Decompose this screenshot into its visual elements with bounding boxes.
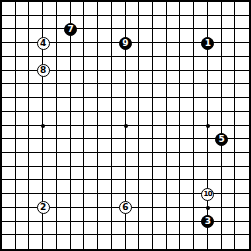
board-cell (84, 57, 98, 71)
board-cell (71, 139, 85, 153)
board-cell (126, 153, 140, 167)
board-cell (112, 235, 126, 249)
board-cell (180, 43, 194, 57)
board-cell (153, 57, 167, 71)
board-cell (139, 167, 153, 181)
board-cell (84, 2, 98, 16)
board-cell (2, 167, 16, 181)
board-cell (222, 153, 236, 167)
board-cell (222, 84, 236, 98)
board-cell (180, 71, 194, 85)
board-cell (16, 71, 30, 85)
board-cell (208, 98, 222, 112)
board-cell (98, 84, 112, 98)
board-cell (222, 180, 236, 194)
board-cell (222, 43, 236, 57)
board-cell (84, 29, 98, 43)
board-cell (112, 98, 126, 112)
board-cell (235, 43, 249, 57)
board-cell (112, 112, 126, 126)
board-cell (29, 2, 43, 16)
board-cell (29, 126, 43, 140)
board-cell (139, 126, 153, 140)
board-cell (153, 126, 167, 140)
move-number: 3 (205, 217, 211, 226)
board-cell (16, 29, 30, 43)
board-cell (167, 222, 181, 236)
board-cell (16, 235, 30, 249)
board-cell (57, 153, 71, 167)
board-cell (43, 16, 57, 30)
board-cell (112, 126, 126, 140)
board-cell (57, 235, 71, 249)
board-cell (235, 2, 249, 16)
board-cell (139, 112, 153, 126)
board-cell (139, 222, 153, 236)
board-cell (98, 194, 112, 208)
board-cell (29, 98, 43, 112)
board-cell (208, 112, 222, 126)
board-cell (208, 167, 222, 181)
board-cell (167, 235, 181, 249)
board-cell (57, 84, 71, 98)
board-cell (98, 16, 112, 30)
board-cell (222, 235, 236, 249)
board-cell (16, 43, 30, 57)
star-point-q10 (206, 124, 210, 128)
board-cell (29, 16, 43, 30)
board-cell (194, 235, 208, 249)
board-cell (112, 222, 126, 236)
board-cell (112, 71, 126, 85)
board-cell (153, 139, 167, 153)
board-cell (16, 84, 30, 98)
stone-black-5-r9[interactable]: 5 (215, 133, 228, 146)
board-cell (194, 71, 208, 85)
board-cell (167, 139, 181, 153)
board-cell (2, 57, 16, 71)
board-cell (126, 98, 140, 112)
board-cell (139, 180, 153, 194)
board-cell (126, 112, 140, 126)
board-cell (57, 126, 71, 140)
board-cell (153, 180, 167, 194)
board-cell (84, 180, 98, 194)
board-cell (235, 84, 249, 98)
board-cell (112, 153, 126, 167)
board-cell (98, 139, 112, 153)
move-number: 2 (40, 203, 46, 212)
board-cell (139, 71, 153, 85)
board-cell (235, 167, 249, 181)
board-cell (29, 180, 43, 194)
board-cell (98, 153, 112, 167)
board-cell (71, 222, 85, 236)
board-cell (153, 222, 167, 236)
board-cell (126, 139, 140, 153)
board-cell (194, 98, 208, 112)
board-cell (139, 57, 153, 71)
board-cell (139, 43, 153, 57)
board-cell (98, 222, 112, 236)
board-cell (98, 43, 112, 57)
board-cell (71, 2, 85, 16)
board-cell (153, 2, 167, 16)
board-cell (180, 167, 194, 181)
board-cell (180, 16, 194, 30)
board-cell (2, 194, 16, 208)
board-cell (16, 16, 30, 30)
board-cell (180, 222, 194, 236)
board-cell (126, 2, 140, 16)
board-cell (222, 2, 236, 16)
board-cell (2, 235, 16, 249)
board-cell (112, 57, 126, 71)
board-cell (208, 2, 222, 16)
stone-white-8-d14[interactable]: 8 (37, 64, 50, 77)
board-cell (2, 180, 16, 194)
board-cell (16, 112, 30, 126)
stone-white-10-q5[interactable]: 10 (201, 188, 214, 201)
board-cell (112, 139, 126, 153)
board-cell (98, 2, 112, 16)
board-cell (84, 139, 98, 153)
board-cell (167, 98, 181, 112)
stone-white-4-d16[interactable]: 4 (37, 37, 50, 50)
board-cell (153, 43, 167, 57)
board-cell (2, 112, 16, 126)
board-cell (180, 235, 194, 249)
board-cell (71, 43, 85, 57)
board-cell (167, 180, 181, 194)
board-cell (57, 180, 71, 194)
board-cell (43, 126, 57, 140)
board-cell (71, 112, 85, 126)
board-cell (57, 98, 71, 112)
board-cell (167, 208, 181, 222)
board-cell (57, 222, 71, 236)
board-cell (139, 139, 153, 153)
board-cell (71, 153, 85, 167)
board-cell (29, 222, 43, 236)
board-cell (71, 126, 85, 140)
board-cell (98, 235, 112, 249)
board-cell (180, 84, 194, 98)
board-cell (98, 167, 112, 181)
board-cell (139, 208, 153, 222)
board-cell (43, 139, 57, 153)
board-cell (167, 126, 181, 140)
board-cell (167, 29, 181, 43)
board-cell (16, 139, 30, 153)
board-cell (139, 235, 153, 249)
board-cell (153, 153, 167, 167)
board-cell (84, 16, 98, 30)
board-cell (194, 57, 208, 71)
board-cell (139, 194, 153, 208)
board-cell (16, 153, 30, 167)
board-cell (222, 71, 236, 85)
board-cell (139, 29, 153, 43)
board-cell (167, 71, 181, 85)
move-number: 8 (40, 66, 46, 75)
board-cell (71, 180, 85, 194)
board-cell (153, 112, 167, 126)
board-cell (98, 180, 112, 194)
board-cell (153, 194, 167, 208)
board-cell (167, 167, 181, 181)
board-cell (43, 222, 57, 236)
board-cell (112, 16, 126, 30)
board-cell (2, 153, 16, 167)
board-cell (2, 84, 16, 98)
board-cell (194, 84, 208, 98)
board-cell (153, 16, 167, 30)
board-cell (126, 180, 140, 194)
board-cell (16, 57, 30, 71)
board-cell (43, 2, 57, 16)
board-cell (16, 194, 30, 208)
board-cell (222, 112, 236, 126)
board-cell (153, 29, 167, 43)
move-number: 4 (40, 39, 46, 48)
board-cell (71, 167, 85, 181)
board-cell (71, 194, 85, 208)
board-cell (29, 235, 43, 249)
board-cell (139, 98, 153, 112)
board-cell (194, 167, 208, 181)
star-point-k10 (124, 124, 128, 128)
board-cell (29, 139, 43, 153)
board-cell (43, 167, 57, 181)
board-cell (126, 167, 140, 181)
board-cell (180, 194, 194, 208)
board-cell (57, 2, 71, 16)
board-cell (126, 16, 140, 30)
board-cell (139, 2, 153, 16)
star-point-d10 (41, 124, 45, 128)
board-cell (29, 167, 43, 181)
board-cell (2, 98, 16, 112)
go-board[interactable]: 12345678910 (0, 0, 251, 251)
board-cell (29, 84, 43, 98)
board-cell (71, 98, 85, 112)
board-cell (84, 71, 98, 85)
board-cell (84, 222, 98, 236)
board-cell (167, 84, 181, 98)
board-cell (180, 153, 194, 167)
board-cell (98, 98, 112, 112)
board-cell (126, 84, 140, 98)
board-cell (208, 235, 222, 249)
board-cell (2, 222, 16, 236)
board-cell (16, 208, 30, 222)
board-cell (2, 16, 16, 30)
board-cell (98, 126, 112, 140)
board-cell (153, 167, 167, 181)
board-cell (57, 57, 71, 71)
board-cell (235, 139, 249, 153)
board-cell (208, 84, 222, 98)
board-cell (84, 153, 98, 167)
board-cell (84, 43, 98, 57)
board-cell (126, 71, 140, 85)
board-cell (222, 29, 236, 43)
board-cell (98, 57, 112, 71)
board-cell (208, 57, 222, 71)
board-cell (84, 208, 98, 222)
board-cell (180, 98, 194, 112)
board-cell (208, 71, 222, 85)
board-cell (84, 112, 98, 126)
board-cell (167, 43, 181, 57)
board-cell (2, 126, 16, 140)
board-cell (167, 16, 181, 30)
board-cell (235, 180, 249, 194)
board-cell (2, 2, 16, 16)
board-cell (235, 57, 249, 71)
move-number: 1 (205, 39, 211, 48)
board-cell (16, 167, 30, 181)
board-cell (180, 139, 194, 153)
board-cell (153, 208, 167, 222)
board-cell (235, 98, 249, 112)
board-cell (57, 194, 71, 208)
board-cell (235, 29, 249, 43)
board-cell (180, 57, 194, 71)
board-cell (57, 139, 71, 153)
board-cell (235, 126, 249, 140)
board-cell (153, 84, 167, 98)
board-cell (43, 235, 57, 249)
board-cell (71, 57, 85, 71)
board-cell (126, 235, 140, 249)
stone-white-2-d4[interactable]: 2 (37, 201, 50, 214)
board-cell (71, 208, 85, 222)
board-cell (57, 43, 71, 57)
board-cell (16, 98, 30, 112)
board-cell (57, 71, 71, 85)
board-cell (2, 208, 16, 222)
board-cell (167, 57, 181, 71)
board-cell (235, 16, 249, 30)
stone-black-7-f17[interactable]: 7 (64, 23, 77, 36)
board-cell (208, 153, 222, 167)
board-cell (235, 222, 249, 236)
board-cell (153, 235, 167, 249)
board-cell (2, 29, 16, 43)
board-cell (235, 112, 249, 126)
move-number: 5 (218, 135, 224, 144)
board-cell (98, 208, 112, 222)
board-cell (84, 194, 98, 208)
board-cell (153, 71, 167, 85)
board-cell (112, 84, 126, 98)
board-cell (180, 180, 194, 194)
board-cell (167, 112, 181, 126)
board-cell (2, 139, 16, 153)
board-cell (71, 71, 85, 85)
board-cell (43, 98, 57, 112)
board-cell (57, 112, 71, 126)
board-cell (222, 208, 236, 222)
board-cell (139, 16, 153, 30)
board-cell (194, 126, 208, 140)
board-cell (194, 2, 208, 16)
board-cell (139, 84, 153, 98)
board-cell (112, 180, 126, 194)
board-cell (112, 2, 126, 16)
board-cell (235, 235, 249, 249)
move-number: 10 (203, 191, 212, 198)
board-cell (71, 235, 85, 249)
board-cell (222, 98, 236, 112)
board-cell (43, 153, 57, 167)
board-cell (84, 126, 98, 140)
move-number: 6 (122, 203, 128, 212)
board-cell (43, 112, 57, 126)
star-point-q4 (206, 206, 210, 210)
board-cell (71, 84, 85, 98)
board-cell (57, 208, 71, 222)
board-cell (235, 153, 249, 167)
board-cell (16, 126, 30, 140)
board-cell (222, 222, 236, 236)
board-cell (126, 126, 140, 140)
board-cell (235, 71, 249, 85)
board-cell (235, 194, 249, 208)
board-cell (180, 208, 194, 222)
board-cell (180, 2, 194, 16)
board-cell (43, 180, 57, 194)
board-cell (84, 98, 98, 112)
board-cell (153, 98, 167, 112)
board-cell (235, 208, 249, 222)
board-cell (98, 71, 112, 85)
board-cell (139, 153, 153, 167)
board-cell (180, 112, 194, 126)
board-cell (194, 139, 208, 153)
board-cell (84, 235, 98, 249)
board-cell (167, 153, 181, 167)
board-cell (222, 57, 236, 71)
board-cell (194, 16, 208, 30)
board-cell (167, 2, 181, 16)
board-cell (180, 29, 194, 43)
board-cell (222, 194, 236, 208)
board-cell (2, 71, 16, 85)
board-cell (98, 112, 112, 126)
move-number: 7 (67, 25, 73, 34)
board-cell (180, 126, 194, 140)
stone-black-9-k16[interactable]: 9 (119, 37, 132, 50)
move-number: 9 (122, 39, 128, 48)
board-cell (126, 222, 140, 236)
board-cell (29, 153, 43, 167)
board-cell (208, 16, 222, 30)
stone-black-1-q16[interactable]: 1 (201, 37, 214, 50)
board-cell (16, 2, 30, 16)
board-cell (84, 167, 98, 181)
board-cell (2, 43, 16, 57)
board-cell (57, 167, 71, 181)
board-cell (112, 167, 126, 181)
board-cell (167, 194, 181, 208)
board-cell (222, 16, 236, 30)
board-cell (16, 180, 30, 194)
board-cell (222, 167, 236, 181)
board-cell (194, 153, 208, 167)
